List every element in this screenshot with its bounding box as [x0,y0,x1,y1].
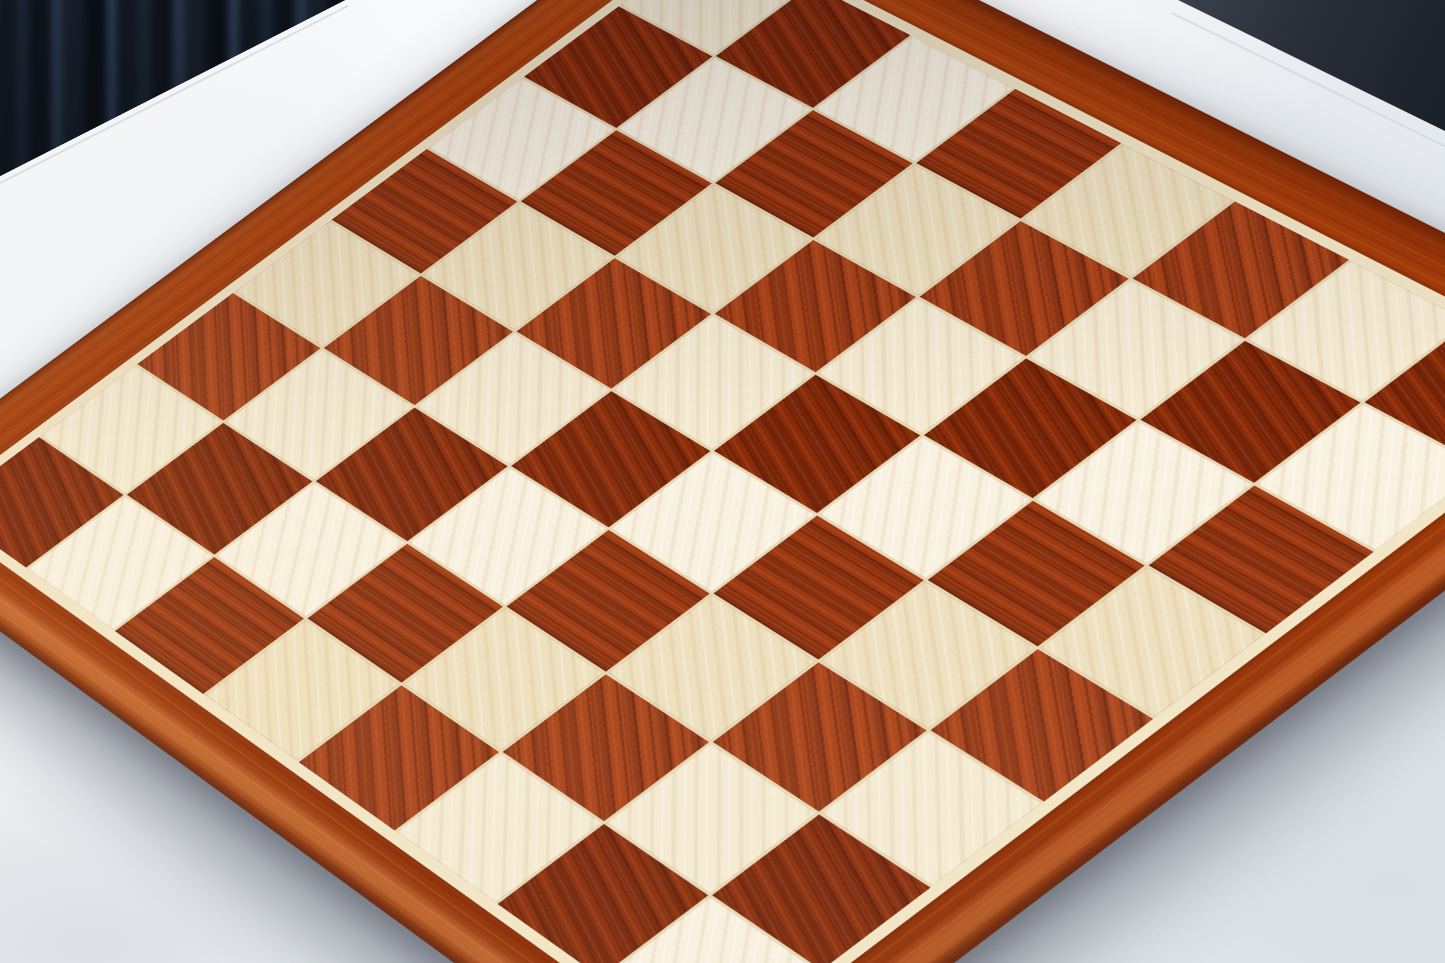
scene: { "game": "chess", "title": "Empty woode… [0,0,1445,963]
